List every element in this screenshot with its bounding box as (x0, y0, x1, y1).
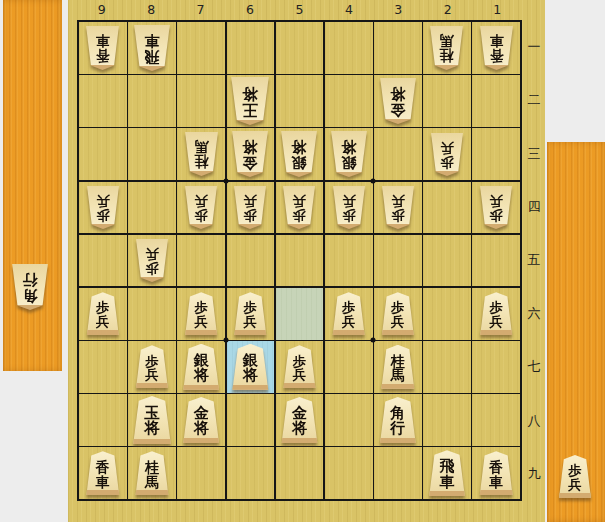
gote-lance[interactable]: 香車 (85, 26, 120, 70)
cell-79[interactable] (177, 447, 225, 499)
hoshi-dot (371, 338, 376, 343)
sente-knight[interactable]: 桂馬 (380, 345, 415, 389)
cell-27[interactable] (423, 341, 471, 393)
piece-kanji: 歩兵 (489, 193, 503, 222)
cell-23[interactable]: 歩兵 (423, 128, 471, 180)
cell-99[interactable]: 香車 (79, 447, 127, 499)
cell-19[interactable]: 香車 (472, 447, 520, 499)
file-label: 2 (423, 1, 472, 18)
board-panel: 987654321 一二三四五六七八九 香車飛車桂馬香車王将金将桂馬金将銀将銀将… (68, 0, 545, 522)
gote-pawn[interactable]: 歩兵 (135, 239, 169, 282)
piece-base-edge (332, 330, 366, 335)
gote-bishop[interactable]: 角行 (11, 264, 49, 310)
piece-kanji: 角行 (390, 403, 405, 437)
gote-rook[interactable]: 飛車 (133, 25, 171, 71)
piece-base-edge (135, 277, 169, 282)
cell-78[interactable]: 金将 (177, 394, 225, 446)
piece-kanji: 歩兵 (96, 298, 110, 329)
piece-kanji: 歩兵 (489, 298, 503, 329)
sente-hand-tray: 歩兵 (547, 142, 605, 522)
cell-11[interactable]: 香車 (472, 22, 520, 74)
piece-base-edge (133, 66, 171, 71)
cell-32[interactable]: 金将 (374, 75, 422, 127)
piece-base-edge (479, 224, 513, 229)
cell-93[interactable] (79, 128, 127, 180)
gote-pawn[interactable]: 歩兵 (282, 186, 316, 229)
gote-pawn[interactable]: 歩兵 (86, 186, 120, 229)
file-label: 4 (324, 1, 373, 18)
piece-kanji: 飛車 (144, 32, 159, 64)
piece-base-edge (381, 224, 415, 229)
piece-kanji: 桂馬 (194, 139, 208, 169)
cell-66[interactable]: 歩兵 (227, 288, 275, 340)
piece-kanji: 歩兵 (391, 298, 405, 329)
sente-pawn[interactable]: 歩兵 (233, 292, 267, 335)
cell-39[interactable] (374, 447, 422, 499)
piece-base-edge (86, 224, 120, 229)
cell-37[interactable]: 桂馬 (374, 341, 422, 393)
cell-74[interactable]: 歩兵 (177, 182, 225, 234)
piece-kanji: 金将 (194, 403, 209, 437)
piece-kanji: 銀将 (243, 350, 258, 384)
cell-13[interactable] (472, 128, 520, 180)
piece-base-edge (230, 120, 270, 125)
gote-king[interactable]: 王将 (230, 77, 270, 125)
piece-kanji: 歩兵 (145, 352, 159, 383)
sente-pawn[interactable]: 歩兵 (558, 455, 592, 498)
rank-label: 一 (524, 20, 544, 73)
cell-41[interactable] (325, 22, 373, 74)
cell-43[interactable]: 銀将 (325, 128, 373, 180)
cell-42[interactable] (325, 75, 373, 127)
piece-kanji: 桂馬 (440, 33, 454, 63)
piece-kanji: 歩兵 (145, 246, 159, 275)
cell-28[interactable] (423, 394, 471, 446)
piece-base-edge (182, 385, 220, 390)
gote-gold[interactable]: 金将 (231, 131, 269, 177)
cell-98[interactable] (79, 394, 127, 446)
cell-17[interactable] (472, 341, 520, 393)
piece-base-edge (479, 330, 513, 335)
piece-kanji: 歩兵 (440, 140, 454, 169)
cell-69[interactable] (227, 447, 275, 499)
piece-base-edge (280, 172, 318, 177)
hoshi-dot (224, 179, 229, 184)
piece-kanji: 飛車 (439, 456, 454, 490)
piece-kanji: 銀将 (341, 138, 356, 170)
cell-86[interactable] (128, 288, 176, 340)
cell-34[interactable]: 歩兵 (374, 182, 422, 234)
cell-21[interactable]: 桂馬 (423, 22, 471, 74)
piece-kanji: 銀将 (194, 350, 209, 384)
gote-pawn[interactable]: 歩兵 (184, 186, 218, 229)
gote-gold[interactable]: 金将 (379, 78, 417, 124)
cell-67[interactable]: 銀将 (227, 341, 275, 393)
piece-kanji: 歩兵 (391, 193, 405, 222)
cell-95[interactable] (79, 235, 127, 287)
cell-26[interactable] (423, 288, 471, 340)
cell-92[interactable] (79, 75, 127, 127)
sente-rook[interactable]: 飛車 (428, 450, 466, 496)
sente-hand-piece[interactable]: 歩兵 (558, 455, 592, 498)
piece-kanji: 王将 (243, 85, 259, 118)
piece-base-edge (430, 171, 464, 176)
piece-base-edge (233, 330, 267, 335)
piece-kanji: 金将 (390, 85, 405, 117)
piece-kanji: 香車 (489, 457, 503, 489)
piece-kanji: 歩兵 (342, 298, 356, 329)
piece-base-edge (282, 383, 316, 388)
cell-89[interactable]: 桂馬 (128, 447, 176, 499)
cell-75[interactable] (177, 235, 225, 287)
piece-kanji: 歩兵 (568, 461, 582, 492)
cell-35[interactable] (374, 235, 422, 287)
piece-base-edge (381, 330, 415, 335)
piece-base-edge (429, 65, 464, 70)
piece-base-edge (184, 224, 218, 229)
piece-base-edge (135, 383, 169, 388)
cell-46[interactable]: 歩兵 (325, 288, 373, 340)
piece-base-edge (231, 385, 269, 390)
sente-king[interactable]: 玉将 (132, 396, 172, 444)
cell-84[interactable] (128, 182, 176, 234)
piece-kanji: 金将 (292, 403, 307, 437)
shogi-board: 香車飛車桂馬香車王将金将桂馬金将銀将銀将歩兵歩兵歩兵歩兵歩兵歩兵歩兵歩兵歩兵歩兵… (77, 20, 522, 501)
file-label: 5 (275, 1, 324, 18)
cell-77[interactable]: 銀将 (177, 341, 225, 393)
piece-base-edge (86, 330, 120, 335)
piece-base-edge (479, 65, 514, 70)
cell-76[interactable]: 歩兵 (177, 288, 225, 340)
gote-hand-piece[interactable]: 角行 (11, 264, 49, 310)
piece-kanji: 歩兵 (96, 193, 110, 222)
piece-kanji: 桂馬 (391, 351, 405, 383)
cell-12[interactable] (472, 75, 520, 127)
file-label: 3 (374, 1, 423, 18)
cell-52[interactable] (276, 75, 324, 127)
gote-pawn[interactable]: 歩兵 (430, 133, 464, 176)
sente-bishop[interactable]: 角行 (379, 397, 417, 443)
piece-base-edge (332, 224, 366, 229)
sente-lance[interactable]: 香車 (479, 451, 514, 495)
file-label: 7 (176, 1, 225, 18)
sente-pawn[interactable]: 歩兵 (135, 345, 169, 388)
sente-pawn[interactable]: 歩兵 (332, 292, 366, 335)
sente-silver[interactable]: 銀将 (182, 344, 220, 390)
cell-72[interactable] (177, 75, 225, 127)
file-label: 8 (126, 1, 175, 18)
piece-base-edge (85, 65, 120, 70)
rank-label: 八 (524, 394, 544, 447)
piece-kanji: 玉将 (144, 403, 160, 438)
cell-94[interactable]: 歩兵 (79, 182, 127, 234)
cell-56[interactable] (276, 288, 324, 340)
rank-label: 五 (524, 234, 544, 287)
rank-label: 四 (524, 180, 544, 233)
cell-55[interactable] (276, 235, 324, 287)
gote-silver[interactable]: 銀将 (330, 131, 368, 177)
rank-label: 九 (524, 448, 544, 501)
cell-45[interactable] (325, 235, 373, 287)
gote-hand-tray: 角行 (3, 0, 62, 371)
file-labels: 987654321 (77, 1, 522, 18)
cell-47[interactable] (325, 341, 373, 393)
cell-71[interactable] (177, 22, 225, 74)
piece-kanji: 銀将 (292, 138, 307, 170)
cell-87[interactable]: 歩兵 (128, 341, 176, 393)
piece-kanji: 香車 (96, 457, 110, 489)
cell-97[interactable] (79, 341, 127, 393)
piece-kanji: 角行 (23, 271, 38, 303)
cell-68[interactable] (227, 394, 275, 446)
gote-silver[interactable]: 銀将 (280, 131, 318, 177)
sente-knight[interactable]: 桂馬 (134, 451, 169, 495)
cell-24[interactable] (423, 182, 471, 234)
rank-label: 二 (524, 73, 544, 126)
piece-kanji: 歩兵 (293, 193, 307, 222)
cell-65[interactable] (227, 235, 275, 287)
cell-48[interactable] (325, 394, 373, 446)
file-label: 9 (77, 1, 126, 18)
cell-88[interactable]: 玉将 (128, 394, 176, 446)
gote-lance[interactable]: 香車 (479, 26, 514, 70)
piece-kanji: 桂馬 (145, 457, 159, 489)
piece-base-edge (184, 171, 219, 176)
gote-pawn[interactable]: 歩兵 (479, 186, 513, 229)
rank-label: 三 (524, 127, 544, 180)
piece-kanji: 歩兵 (293, 352, 307, 383)
piece-base-edge (134, 490, 169, 495)
piece-base-edge (233, 224, 267, 229)
cell-18[interactable] (472, 394, 520, 446)
sente-pawn[interactable]: 歩兵 (282, 345, 316, 388)
cell-54[interactable]: 歩兵 (276, 182, 324, 234)
cell-14[interactable]: 歩兵 (472, 182, 520, 234)
cell-91[interactable]: 香車 (79, 22, 127, 74)
hoshi-dot (371, 179, 376, 184)
cell-38[interactable]: 角行 (374, 394, 422, 446)
cell-83[interactable] (128, 128, 176, 180)
cell-96[interactable]: 歩兵 (79, 288, 127, 340)
cell-51[interactable] (276, 22, 324, 74)
cell-73[interactable]: 桂馬 (177, 128, 225, 180)
cell-57[interactable]: 歩兵 (276, 341, 324, 393)
piece-base-edge (231, 172, 269, 177)
piece-base-edge (282, 224, 316, 229)
cell-62[interactable]: 王将 (227, 75, 275, 127)
piece-kanji: 歩兵 (194, 193, 208, 222)
gote-pawn[interactable]: 歩兵 (332, 186, 366, 229)
shogi-app: 角行 987654321 一二三四五六七八九 香車飛車桂馬香車王将金将桂馬金将銀… (0, 0, 605, 522)
sente-lance[interactable]: 香車 (85, 451, 120, 495)
piece-kanji: 金将 (243, 138, 258, 170)
cell-31[interactable] (374, 22, 422, 74)
hoshi-dot (224, 338, 229, 343)
cell-58[interactable]: 金将 (276, 394, 324, 446)
cell-61[interactable] (227, 22, 275, 74)
piece-base-edge (184, 330, 218, 335)
piece-base-edge (558, 493, 592, 498)
piece-kanji: 歩兵 (342, 193, 356, 222)
gote-knight[interactable]: 桂馬 (184, 132, 219, 176)
cell-16[interactable]: 歩兵 (472, 288, 520, 340)
piece-base-edge (85, 490, 120, 495)
gote-pawn[interactable]: 歩兵 (233, 186, 267, 229)
cell-22[interactable] (423, 75, 471, 127)
cell-85[interactable]: 歩兵 (128, 235, 176, 287)
cell-82[interactable] (128, 75, 176, 127)
cell-44[interactable]: 歩兵 (325, 182, 373, 234)
cell-59[interactable] (276, 447, 324, 499)
piece-base-edge (380, 384, 415, 389)
piece-kanji: 歩兵 (244, 193, 258, 222)
sente-pawn[interactable]: 歩兵 (184, 292, 218, 335)
piece-kanji: 香車 (489, 33, 503, 63)
piece-base-edge (379, 438, 417, 443)
file-label: 1 (473, 1, 522, 18)
rank-labels: 一二三四五六七八九 (524, 20, 544, 501)
sente-pawn[interactable]: 歩兵 (86, 292, 120, 335)
gote-pawn[interactable]: 歩兵 (381, 186, 415, 229)
piece-base-edge (428, 491, 466, 496)
cell-33[interactable] (374, 128, 422, 180)
sente-gold[interactable]: 金将 (182, 397, 220, 443)
sente-pawn[interactable]: 歩兵 (479, 292, 513, 335)
piece-base-edge (330, 172, 368, 177)
piece-base-edge (280, 438, 318, 443)
piece-base-edge (132, 439, 172, 444)
cell-29[interactable]: 飛車 (423, 447, 471, 499)
cell-49[interactable] (325, 447, 373, 499)
cell-63[interactable]: 金将 (227, 128, 275, 180)
sente-silver[interactable]: 銀将 (231, 344, 269, 390)
file-label: 6 (225, 1, 274, 18)
rank-label: 六 (524, 287, 544, 340)
piece-base-edge (379, 119, 417, 124)
piece-base-edge (182, 438, 220, 443)
cell-64[interactable]: 歩兵 (227, 182, 275, 234)
rank-label: 七 (524, 341, 544, 394)
piece-kanji: 香車 (96, 33, 110, 63)
piece-base-edge (11, 305, 49, 310)
sente-gold[interactable]: 金将 (280, 397, 318, 443)
cell-15[interactable] (472, 235, 520, 287)
cell-81[interactable]: 飛車 (128, 22, 176, 74)
cell-53[interactable]: 銀将 (276, 128, 324, 180)
piece-kanji: 歩兵 (244, 298, 258, 329)
sente-pawn[interactable]: 歩兵 (381, 292, 415, 335)
cell-25[interactable] (423, 235, 471, 287)
gote-knight[interactable]: 桂馬 (429, 26, 464, 70)
piece-kanji: 歩兵 (194, 298, 208, 329)
piece-base-edge (479, 490, 514, 495)
cell-36[interactable]: 歩兵 (374, 288, 422, 340)
